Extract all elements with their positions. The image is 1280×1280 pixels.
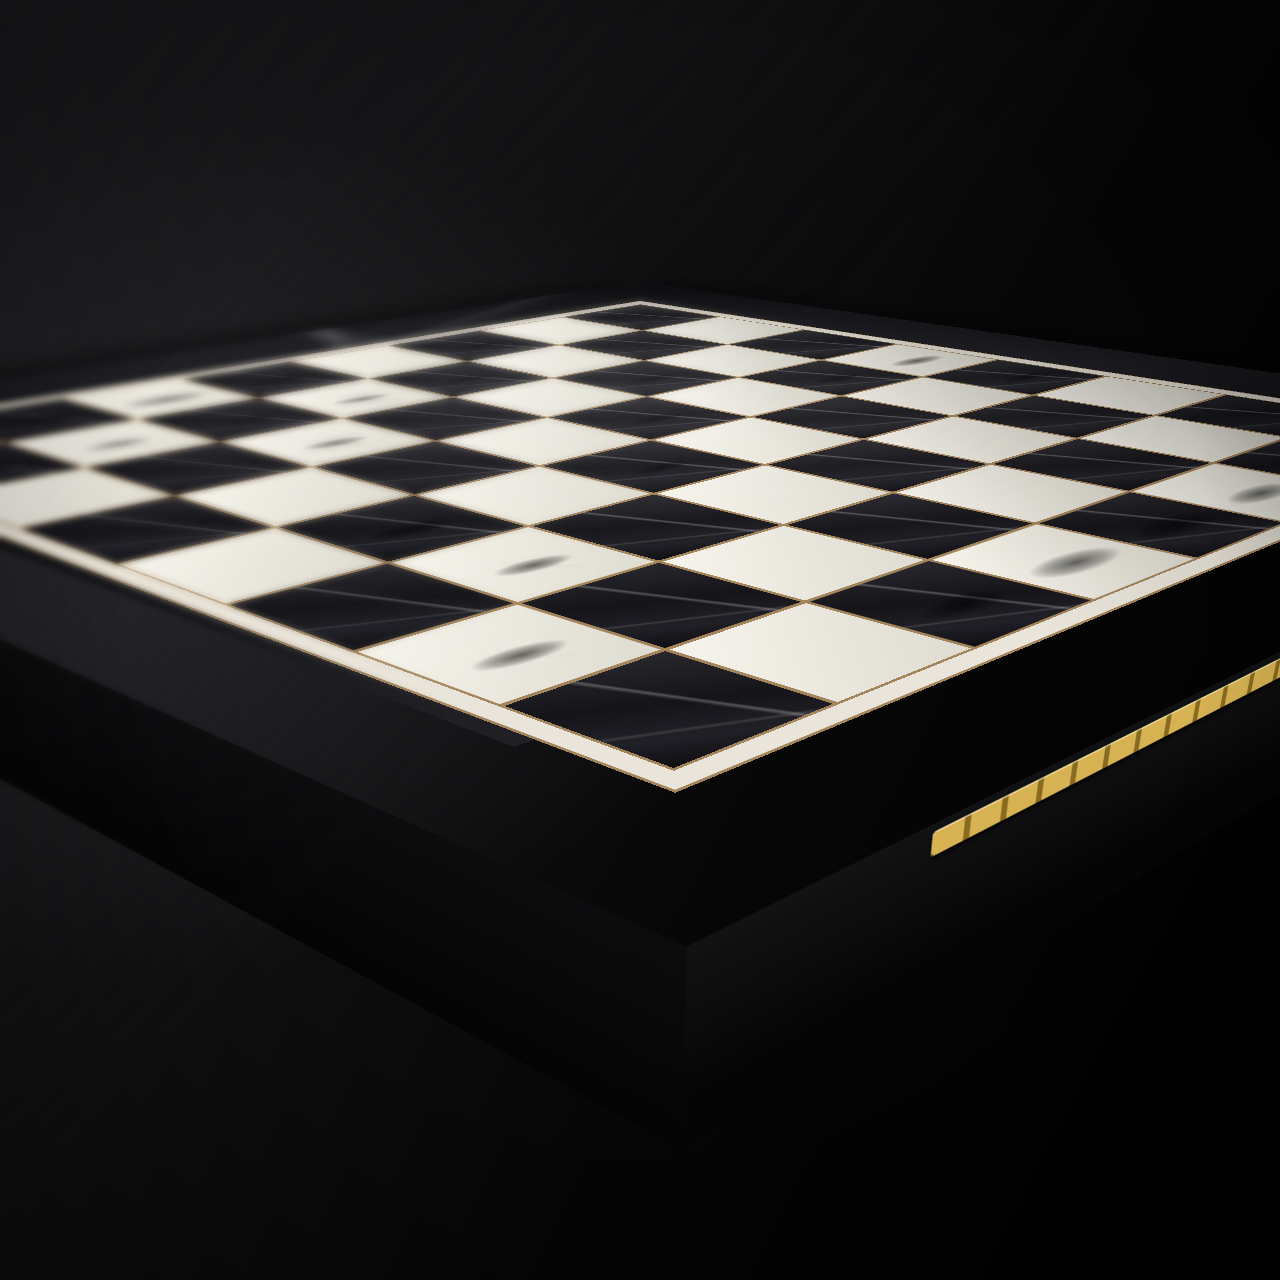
rook-icon: ♜ bbox=[430, 521, 611, 663]
chess-board-box: ♜♝♛♚♟♞♟♟♟♟♟♟♟♟♞♞♟♟♟♜♝♛♚♝♟ bbox=[0, 282, 1280, 947]
pawn-icon: ♟ bbox=[417, 308, 518, 384]
photo-stage: ♜♝♛♚♟♞♟♟♟♟♟♟♟♟♞♞♟♟♟♜♝♛♚♝♟ bbox=[0, 0, 1280, 1280]
knight-icon: ♞ bbox=[0, 363, 59, 478]
pawn-icon: ♟ bbox=[971, 306, 1073, 382]
perspective-scene: ♜♝♛♚♟♞♟♟♟♟♟♟♟♟♞♞♟♟♟♜♝♛♚♝♟ bbox=[0, 0, 1280, 1280]
bishop-icon: ♝ bbox=[862, 460, 1063, 614]
board-trim-band: ♜♝♛♚♟♞♟♟♟♟♟♟♟♟♞♞♟♟♟♜♝♛♚♝♟ bbox=[0, 301, 1280, 793]
pawn-icon: ♟ bbox=[600, 379, 721, 473]
board-grid: ♜♝♛♚♟♞♟♟♟♟♟♟♟♟♞♞♟♟♟♜♝♛♚♝♟ bbox=[0, 304, 1280, 771]
square-a7: ♞ bbox=[0, 443, 81, 496]
pawn-icon: ♟ bbox=[787, 307, 888, 383]
pawn-icon: ♟ bbox=[60, 360, 181, 449]
